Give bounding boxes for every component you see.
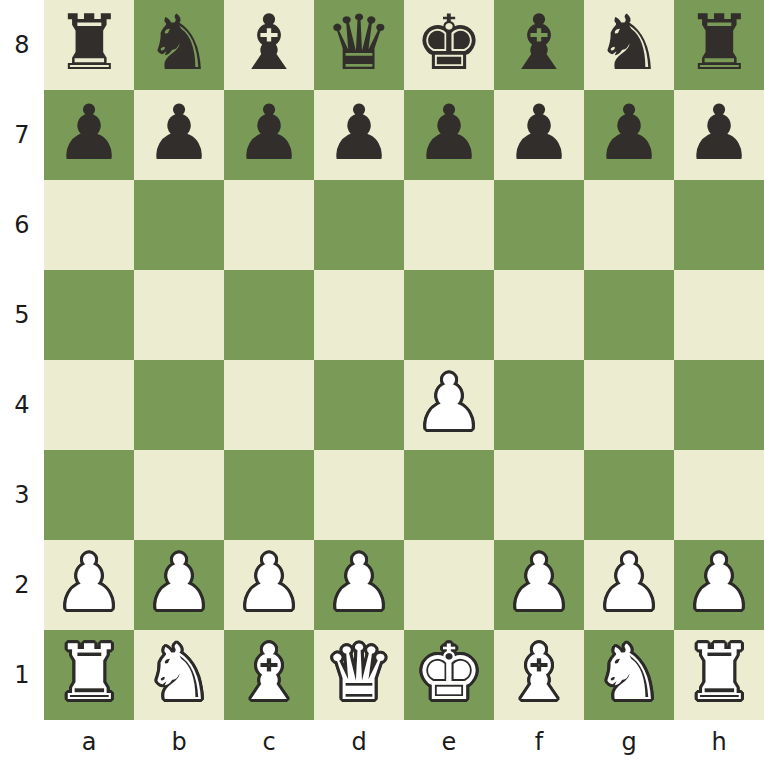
square-f7[interactable]: ♟	[494, 90, 584, 180]
square-h5[interactable]	[674, 270, 764, 360]
square-d4[interactable]	[314, 360, 404, 450]
square-d1[interactable]: ♛	[314, 630, 404, 720]
square-c1[interactable]: ♝	[224, 630, 314, 720]
square-e2[interactable]	[404, 540, 494, 630]
rank-label-6: 6	[0, 180, 44, 270]
square-e3[interactable]	[404, 450, 494, 540]
white-knight-icon[interactable]: ♞	[595, 628, 663, 718]
square-h3[interactable]	[674, 450, 764, 540]
square-f4[interactable]	[494, 360, 584, 450]
square-b5[interactable]	[134, 270, 224, 360]
square-h7[interactable]: ♟	[674, 90, 764, 180]
black-rook-icon[interactable]: ♜	[685, 0, 753, 88]
square-e8[interactable]: ♚	[404, 0, 494, 90]
square-h6[interactable]	[674, 180, 764, 270]
square-g1[interactable]: ♞	[584, 630, 674, 720]
white-pawn-icon[interactable]: ♟	[685, 538, 753, 628]
square-f5[interactable]	[494, 270, 584, 360]
rank-label-3: 3	[0, 450, 44, 540]
file-label-c: c	[224, 720, 314, 764]
square-d3[interactable]	[314, 450, 404, 540]
white-bishop-icon[interactable]: ♝	[505, 628, 573, 718]
square-c2[interactable]: ♟	[224, 540, 314, 630]
white-pawn-icon[interactable]: ♟	[595, 538, 663, 628]
white-king-icon[interactable]: ♚	[415, 628, 483, 718]
black-knight-icon[interactable]: ♞	[145, 0, 213, 88]
black-pawn-icon[interactable]: ♟	[595, 88, 663, 178]
file-label-b: b	[134, 720, 224, 764]
square-f3[interactable]	[494, 450, 584, 540]
file-label-e: e	[404, 720, 494, 764]
black-bishop-icon[interactable]: ♝	[505, 0, 573, 88]
black-queen-icon[interactable]: ♛	[325, 0, 393, 88]
chess-board: 8♜♞♝♛♚♝♞♜7♟♟♟♟♟♟♟♟654♟32♟♟♟♟♟♟♟1♜♞♝♛♚♝♞♜…	[0, 0, 764, 764]
square-b7[interactable]: ♟	[134, 90, 224, 180]
square-d6[interactable]	[314, 180, 404, 270]
square-g2[interactable]: ♟	[584, 540, 674, 630]
square-a5[interactable]	[44, 270, 134, 360]
square-c6[interactable]	[224, 180, 314, 270]
black-pawn-icon[interactable]: ♟	[55, 88, 123, 178]
white-pawn-icon[interactable]: ♟	[325, 538, 393, 628]
square-a8[interactable]: ♜	[44, 0, 134, 90]
file-label-a: a	[44, 720, 134, 764]
square-a3[interactable]	[44, 450, 134, 540]
square-a6[interactable]	[44, 180, 134, 270]
file-label-g: g	[584, 720, 674, 764]
black-king-icon[interactable]: ♚	[415, 0, 483, 88]
square-d5[interactable]	[314, 270, 404, 360]
square-e4[interactable]: ♟	[404, 360, 494, 450]
file-label-f: f	[494, 720, 584, 764]
black-pawn-icon[interactable]: ♟	[235, 88, 303, 178]
square-e5[interactable]	[404, 270, 494, 360]
square-a2[interactable]: ♟	[44, 540, 134, 630]
square-a7[interactable]: ♟	[44, 90, 134, 180]
square-b4[interactable]	[134, 360, 224, 450]
white-pawn-icon[interactable]: ♟	[415, 358, 483, 448]
rank-label-8: 8	[0, 0, 44, 90]
square-a1[interactable]: ♜	[44, 630, 134, 720]
square-b2[interactable]: ♟	[134, 540, 224, 630]
square-c3[interactable]	[224, 450, 314, 540]
rank-label-5: 5	[0, 270, 44, 360]
square-h8[interactable]: ♜	[674, 0, 764, 90]
square-b1[interactable]: ♞	[134, 630, 224, 720]
black-pawn-icon[interactable]: ♟	[415, 88, 483, 178]
square-c5[interactable]	[224, 270, 314, 360]
square-c4[interactable]	[224, 360, 314, 450]
square-f1[interactable]: ♝	[494, 630, 584, 720]
square-b8[interactable]: ♞	[134, 0, 224, 90]
white-pawn-icon[interactable]: ♟	[235, 538, 303, 628]
square-h1[interactable]: ♜	[674, 630, 764, 720]
rank-label-4: 4	[0, 360, 44, 450]
white-pawn-icon[interactable]: ♟	[145, 538, 213, 628]
square-d2[interactable]: ♟	[314, 540, 404, 630]
square-g6[interactable]	[584, 180, 674, 270]
square-c7[interactable]: ♟	[224, 90, 314, 180]
white-bishop-icon[interactable]: ♝	[235, 628, 303, 718]
rank-label-1: 1	[0, 630, 44, 720]
square-a4[interactable]	[44, 360, 134, 450]
white-queen-icon[interactable]: ♛	[325, 628, 393, 718]
square-e7[interactable]: ♟	[404, 90, 494, 180]
black-knight-icon[interactable]: ♞	[595, 0, 663, 88]
black-bishop-icon[interactable]: ♝	[235, 0, 303, 88]
square-g4[interactable]	[584, 360, 674, 450]
square-g8[interactable]: ♞	[584, 0, 674, 90]
white-rook-icon[interactable]: ♜	[55, 628, 123, 718]
white-pawn-icon[interactable]: ♟	[55, 538, 123, 628]
square-b6[interactable]	[134, 180, 224, 270]
black-pawn-icon[interactable]: ♟	[505, 88, 573, 178]
file-label-d: d	[314, 720, 404, 764]
white-pawn-icon[interactable]: ♟	[505, 538, 573, 628]
black-pawn-icon[interactable]: ♟	[145, 88, 213, 178]
black-rook-icon[interactable]: ♜	[55, 0, 123, 88]
square-f2[interactable]: ♟	[494, 540, 584, 630]
rank-label-2: 2	[0, 540, 44, 630]
rank-label-7: 7	[0, 90, 44, 180]
square-c8[interactable]: ♝	[224, 0, 314, 90]
square-g7[interactable]: ♟	[584, 90, 674, 180]
square-e6[interactable]	[404, 180, 494, 270]
square-b3[interactable]	[134, 450, 224, 540]
square-d7[interactable]: ♟	[314, 90, 404, 180]
square-h4[interactable]	[674, 360, 764, 450]
square-f8[interactable]: ♝	[494, 0, 584, 90]
file-label-h: h	[674, 720, 764, 764]
black-pawn-icon[interactable]: ♟	[325, 88, 393, 178]
square-e1[interactable]: ♚	[404, 630, 494, 720]
square-h2[interactable]: ♟	[674, 540, 764, 630]
white-knight-icon[interactable]: ♞	[145, 628, 213, 718]
black-pawn-icon[interactable]: ♟	[685, 88, 753, 178]
white-rook-icon[interactable]: ♜	[685, 628, 753, 718]
square-g5[interactable]	[584, 270, 674, 360]
square-d8[interactable]: ♛	[314, 0, 404, 90]
board-corner-spacer	[0, 720, 44, 764]
square-f6[interactable]	[494, 180, 584, 270]
square-g3[interactable]	[584, 450, 674, 540]
